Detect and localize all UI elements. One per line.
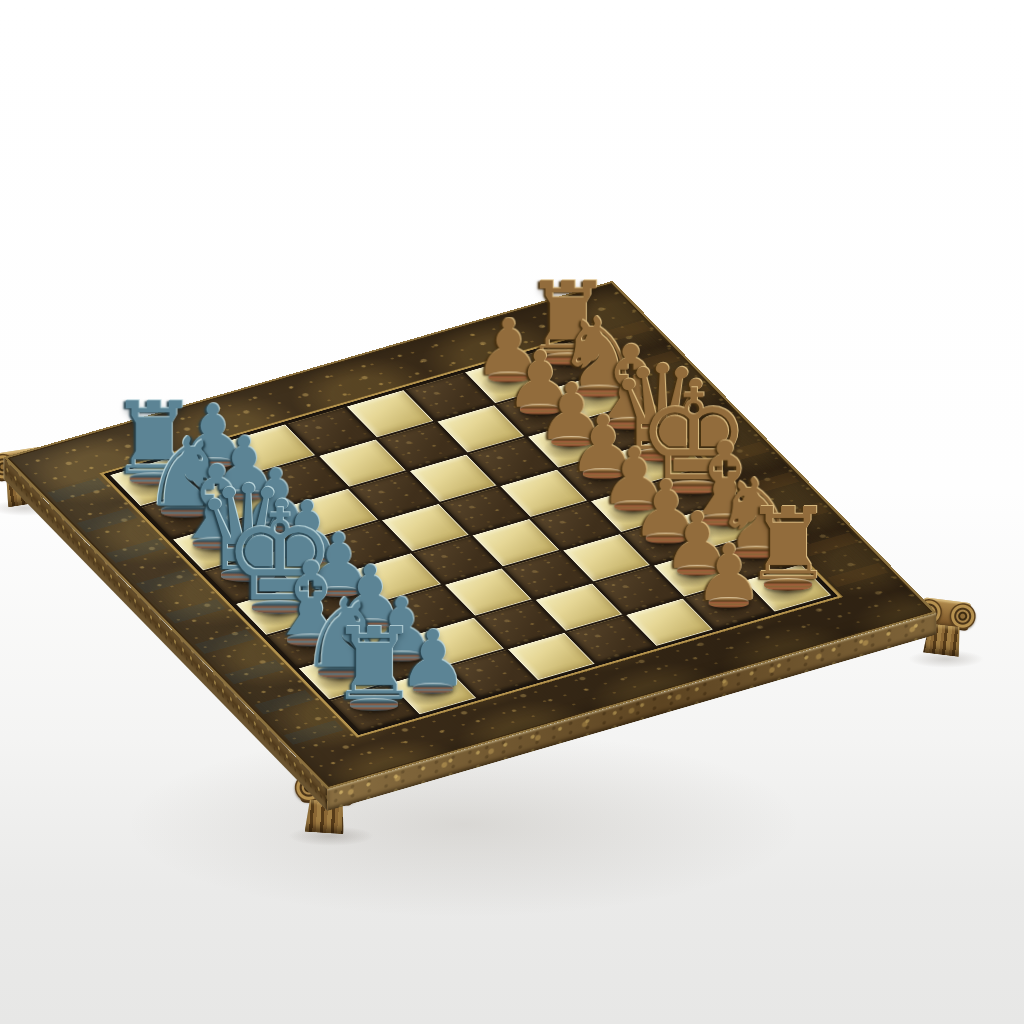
piece-base-drum [349,698,397,711]
square-f3 [563,534,650,581]
rook-glyph: ♜ [328,625,418,705]
piece-base-drum [708,597,748,608]
product-photo-scene: ♜♟♟♜♞♟♟♞♝♟♟♝♛♟♟♛♚♟♟♚♝♟♟♝♞♟♟♞♜♟♟♜ [0,0,1024,1024]
piece-bronze-pawn-h2: ♟ [693,542,763,608]
square-h8: ♜ [330,684,417,731]
piece-blue-rook-h8: ♜ [328,625,418,711]
pawn-glyph: ♟ [693,542,763,604]
square-d5 [381,504,468,551]
